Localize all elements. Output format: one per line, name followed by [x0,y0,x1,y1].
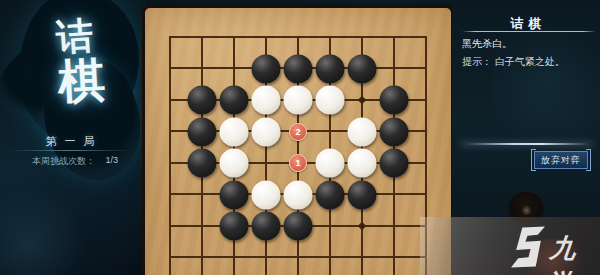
black-stone [380,149,409,178]
white-stone [348,149,377,178]
round-label: 第一局 [10,134,130,149]
weekly-attempts: 本周挑战次数： 1/3 [32,155,118,168]
black-stone [188,117,217,146]
move-marker-1: 1 [289,154,307,172]
calligraphy-title-char: 诘 [55,17,94,56]
black-stone [380,117,409,146]
go-board[interactable]: 12 [145,8,451,275]
black-stone [252,54,281,83]
black-stone [252,212,281,241]
attempts-label: 本周挑战次数： [32,155,95,168]
white-stone [220,117,249,146]
white-stone [220,149,249,178]
white-stone [316,149,345,178]
go-puzzle-screen: 诘 棋 第一局 本周挑战次数： 1/3 12 诘棋 黑先杀白。 提示： 白子气紧… [0,0,600,275]
calligraphy-title-char: 棋 [57,56,106,105]
black-stone [188,86,217,115]
black-stone [348,180,377,209]
white-stone [348,117,377,146]
black-stone [220,86,249,115]
character-face [522,205,531,216]
title-underline [462,31,596,32]
white-stone [284,180,313,209]
watermark-brand-text: 九游 [544,231,600,275]
puzzle-hint: 提示： 白子气紧之处。 [462,55,565,69]
black-stone [316,180,345,209]
white-stone [316,86,345,115]
black-stone [188,149,217,178]
attempts-value: 1/3 [105,155,118,168]
giveup-button[interactable]: 放弃对弈 [534,151,588,169]
black-stone [284,54,313,83]
sidebar: 诘 棋 第一局 本周挑战次数： 1/3 [0,0,146,275]
white-stone [252,117,281,146]
white-stone [252,180,281,209]
black-stone [348,54,377,83]
sidebar-divider [8,150,132,151]
move-marker-2: 2 [289,123,307,141]
smoke-decoration [0,190,90,275]
black-stone [284,212,313,241]
black-stone [316,54,345,83]
panel-divider [460,143,594,145]
black-stone [220,212,249,241]
puzzle-objective: 黑先杀白。 [462,37,512,51]
white-stone [284,86,313,115]
watermark-band: 九游 [420,217,600,275]
white-stone [252,86,281,115]
black-stone [380,86,409,115]
black-stone [220,180,249,209]
9game-logo-icon [510,226,546,268]
